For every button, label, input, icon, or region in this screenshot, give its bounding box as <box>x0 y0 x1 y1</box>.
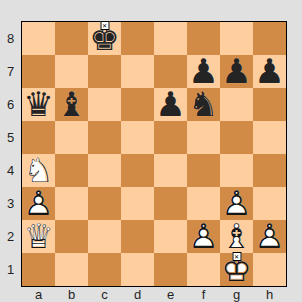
white-piece-outline: ♙ <box>187 220 220 253</box>
square-c7[interactable] <box>88 55 121 88</box>
square-e5[interactable] <box>154 121 187 154</box>
king-boxed-x-marker-icon: ✕ <box>232 252 241 261</box>
square-g5[interactable] <box>220 121 253 154</box>
square-f1[interactable] <box>187 253 220 286</box>
black-piece-glyph: ♟ <box>154 88 187 121</box>
rank-label-3: 3 <box>0 187 21 220</box>
square-b1[interactable] <box>55 253 88 286</box>
file-label-f: f <box>187 288 220 302</box>
rank-label-6: 6 <box>0 88 21 121</box>
square-h4[interactable] <box>253 154 286 187</box>
piece-black-knight[interactable]: ♞ <box>187 88 220 121</box>
rank-label-1: 1 <box>0 253 21 286</box>
square-f2[interactable]: ♟♙ <box>187 220 220 253</box>
square-h7[interactable]: ♟ <box>253 55 286 88</box>
chess-diagram: ♚✕♟♟♟♛♝♟♞♞♘♟♙♟♙♛♕♟♙♝♗♟♙♚♔✕ 87654321 abcd… <box>0 0 302 302</box>
square-c3[interactable] <box>88 187 121 220</box>
black-piece-glyph: ♟ <box>253 55 286 88</box>
square-d1[interactable] <box>121 253 154 286</box>
file-label-h: h <box>253 288 286 302</box>
rank-label-5: 5 <box>0 121 21 154</box>
square-f6[interactable]: ♞ <box>187 88 220 121</box>
king-boxed-x-marker-icon: ✕ <box>100 21 109 30</box>
black-piece-glyph: ♝ <box>55 88 88 121</box>
square-a8[interactable] <box>22 22 55 55</box>
square-d2[interactable] <box>121 220 154 253</box>
white-piece-outline: ♕ <box>22 220 55 253</box>
piece-black-pawn[interactable]: ♟ <box>253 55 286 88</box>
piece-white-king[interactable]: ♚♔✕ <box>220 253 253 286</box>
square-b2[interactable] <box>55 220 88 253</box>
piece-white-queen[interactable]: ♛♕ <box>22 220 55 253</box>
black-piece-glyph: ♛ <box>22 88 55 121</box>
piece-white-pawn[interactable]: ♟♙ <box>187 220 220 253</box>
square-b4[interactable] <box>55 154 88 187</box>
square-e2[interactable] <box>154 220 187 253</box>
rank-label-8: 8 <box>0 22 21 55</box>
piece-black-pawn[interactable]: ♟ <box>154 88 187 121</box>
square-a6[interactable]: ♛ <box>22 88 55 121</box>
square-h6[interactable] <box>253 88 286 121</box>
square-d4[interactable] <box>121 154 154 187</box>
square-e4[interactable] <box>154 154 187 187</box>
square-h5[interactable] <box>253 121 286 154</box>
chess-diagram-page: { "game": "chess", "position": "2k5/5ppp… <box>0 0 302 302</box>
piece-black-king[interactable]: ♚✕ <box>88 22 121 55</box>
square-e6[interactable]: ♟ <box>154 88 187 121</box>
file-label-b: b <box>55 288 88 302</box>
square-h1[interactable] <box>253 253 286 286</box>
file-label-g: g <box>220 288 253 302</box>
square-a2[interactable]: ♛♕ <box>22 220 55 253</box>
square-c2[interactable] <box>88 220 121 253</box>
square-e1[interactable] <box>154 253 187 286</box>
piece-black-queen[interactable]: ♛ <box>22 88 55 121</box>
rank-label-2: 2 <box>0 220 21 253</box>
square-g1[interactable]: ♚♔✕ <box>220 253 253 286</box>
square-h2[interactable]: ♟♙ <box>253 220 286 253</box>
square-c5[interactable] <box>88 121 121 154</box>
square-a1[interactable] <box>22 253 55 286</box>
rank-label-4: 4 <box>0 154 21 187</box>
square-b5[interactable] <box>55 121 88 154</box>
square-d5[interactable] <box>121 121 154 154</box>
square-e8[interactable] <box>154 22 187 55</box>
black-piece-glyph: ♞ <box>187 88 220 121</box>
chess-board: ♚✕♟♟♟♛♝♟♞♞♘♟♙♟♙♛♕♟♙♝♗♟♙♚♔✕ <box>21 21 287 287</box>
file-label-e: e <box>154 288 187 302</box>
square-g6[interactable] <box>220 88 253 121</box>
square-c6[interactable] <box>88 88 121 121</box>
square-d7[interactable] <box>121 55 154 88</box>
piece-black-bishop[interactable]: ♝ <box>55 88 88 121</box>
square-d3[interactable] <box>121 187 154 220</box>
white-piece-outline: ♙ <box>253 220 286 253</box>
square-d6[interactable] <box>121 88 154 121</box>
piece-white-pawn[interactable]: ♟♙ <box>253 220 286 253</box>
square-c8[interactable]: ♚✕ <box>88 22 121 55</box>
square-f4[interactable] <box>187 154 220 187</box>
square-g7[interactable]: ♟ <box>220 55 253 88</box>
square-b8[interactable] <box>55 22 88 55</box>
square-b3[interactable] <box>55 187 88 220</box>
square-b6[interactable]: ♝ <box>55 88 88 121</box>
file-label-d: d <box>121 288 154 302</box>
square-d8[interactable] <box>121 22 154 55</box>
square-f5[interactable] <box>187 121 220 154</box>
piece-black-pawn[interactable]: ♟ <box>220 55 253 88</box>
square-c1[interactable] <box>88 253 121 286</box>
square-c4[interactable] <box>88 154 121 187</box>
black-piece-glyph: ♟ <box>220 55 253 88</box>
file-label-a: a <box>22 288 55 302</box>
square-e3[interactable] <box>154 187 187 220</box>
rank-label-7: 7 <box>0 55 21 88</box>
file-label-c: c <box>88 288 121 302</box>
